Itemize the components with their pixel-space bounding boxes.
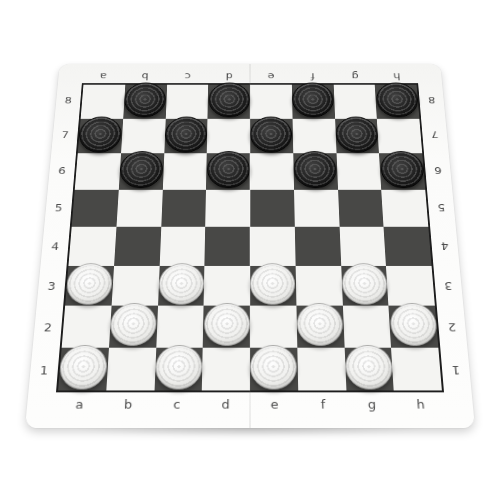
square-d4[interactable]	[205, 227, 250, 266]
file-label-bottom-e: e	[250, 398, 299, 410]
square-f3[interactable]	[295, 265, 342, 305]
square-c1[interactable]: ⛀	[154, 347, 203, 390]
square-b3[interactable]	[111, 265, 159, 305]
square-c3[interactable]: ⛀	[158, 265, 205, 305]
square-f8[interactable]: ⛂	[292, 85, 335, 119]
square-d8[interactable]: ⛂	[208, 85, 250, 119]
square-c2[interactable]	[156, 306, 204, 348]
file-label-top-b: b	[124, 72, 166, 81]
rank-label-left-7: 7	[51, 117, 79, 152]
rank-label-right-4: 4	[430, 227, 459, 266]
square-f6[interactable]: ⛂	[293, 153, 338, 189]
rank-label-left-1: 1	[28, 349, 59, 393]
square-e2[interactable]	[250, 306, 297, 348]
checkerboard-mat: abcdefgh 87654321 ⛂⛂⛂⛂⛂⛂⛂⛂⛂⛂⛂⛂⛀⛀⛀⛀⛀⛀⛀⛀⛀⛀…	[25, 64, 475, 428]
rank-label-left-8: 8	[55, 83, 82, 117]
checker-piece-white-c3[interactable]: ⛀	[158, 263, 204, 304]
rank-label-left-6: 6	[48, 153, 76, 189]
file-label-bottom-c: c	[152, 398, 201, 410]
square-g8[interactable]	[333, 85, 377, 119]
checker-piece-black-g7[interactable]: ⛂	[335, 116, 379, 152]
square-h6[interactable]: ⛂	[379, 153, 425, 189]
checker-piece-white-f2[interactable]: ⛀	[297, 303, 344, 346]
file-labels-bottom: abcdefgh	[53, 392, 447, 428]
square-f2[interactable]: ⛀	[296, 306, 344, 348]
square-a3[interactable]: ⛀	[65, 265, 114, 305]
square-h7[interactable]	[377, 118, 422, 153]
square-d6[interactable]: ⛂	[206, 153, 250, 189]
square-e3[interactable]: ⛀	[250, 265, 296, 305]
checker-piece-white-h2[interactable]: ⛀	[389, 303, 438, 346]
square-b4[interactable]	[114, 227, 161, 266]
square-f4[interactable]	[295, 227, 341, 266]
square-h2[interactable]: ⛀	[389, 306, 439, 348]
rank-label-right-7: 7	[421, 117, 449, 152]
square-e7[interactable]: ⛂	[250, 118, 293, 153]
rank-label-left-3: 3	[37, 266, 67, 307]
square-d7[interactable]	[207, 118, 250, 153]
square-h3[interactable]	[386, 265, 435, 305]
square-a7[interactable]: ⛂	[78, 118, 123, 153]
square-d5[interactable]	[205, 189, 250, 226]
square-f7[interactable]	[292, 118, 336, 153]
square-c6[interactable]	[162, 153, 207, 189]
checker-piece-black-d8[interactable]: ⛂	[208, 83, 250, 118]
square-g3[interactable]: ⛀	[341, 265, 389, 305]
checker-piece-white-a1[interactable]: ⛀	[59, 345, 109, 390]
checker-piece-white-b2[interactable]: ⛀	[109, 303, 157, 346]
square-a5[interactable]	[72, 189, 119, 226]
photo-canvas: abcdefgh 87654321 ⛂⛂⛂⛂⛂⛂⛂⛂⛂⛂⛂⛂⛀⛀⛀⛀⛀⛀⛀⛀⛀⛀…	[0, 0, 500, 500]
square-f1[interactable]	[297, 347, 346, 390]
file-label-bottom-h: h	[396, 398, 446, 410]
checker-piece-black-f8[interactable]: ⛂	[292, 83, 334, 118]
square-e8[interactable]	[250, 85, 292, 119]
file-label-bottom-g: g	[347, 398, 396, 410]
file-label-top-d: d	[208, 72, 250, 81]
rank-label-left-2: 2	[33, 306, 64, 348]
square-g4[interactable]	[339, 227, 386, 266]
file-label-bottom-b: b	[103, 398, 152, 410]
rank-label-right-5: 5	[427, 189, 456, 227]
checker-piece-white-g1[interactable]: ⛀	[344, 345, 393, 390]
file-label-bottom-d: d	[201, 398, 250, 410]
square-d3[interactable]	[204, 265, 250, 305]
square-e1[interactable]: ⛀	[250, 347, 298, 390]
square-b2[interactable]: ⛀	[109, 306, 158, 348]
checker-piece-black-b8[interactable]: ⛂	[123, 83, 166, 118]
checker-piece-black-f6[interactable]: ⛂	[293, 151, 337, 188]
file-label-bottom-a: a	[54, 398, 104, 410]
square-a8[interactable]	[81, 85, 125, 119]
file-label-top-a: a	[82, 72, 125, 81]
square-d1[interactable]	[202, 347, 250, 390]
square-e6[interactable]	[250, 153, 294, 189]
checker-piece-black-c7[interactable]: ⛂	[164, 116, 207, 152]
square-g6[interactable]	[336, 153, 381, 189]
file-label-top-f: f	[292, 72, 334, 81]
checker-piece-black-b6[interactable]: ⛂	[119, 151, 164, 188]
file-label-top-g: g	[334, 72, 376, 81]
square-c4[interactable]	[159, 227, 205, 266]
square-g7[interactable]: ⛂	[335, 118, 380, 153]
square-c5[interactable]	[161, 189, 206, 226]
board-grid: ⛂⛂⛂⛂⛂⛂⛂⛂⛂⛂⛂⛂⛀⛀⛀⛀⛀⛀⛀⛀⛀⛀⛀⛀	[56, 83, 444, 392]
square-c8[interactable]	[165, 85, 208, 119]
file-label-top-h: h	[375, 72, 418, 81]
square-f5[interactable]	[294, 189, 339, 226]
checker-piece-white-e3[interactable]: ⛀	[250, 263, 295, 304]
checker-piece-black-h6[interactable]: ⛂	[379, 151, 424, 188]
checker-piece-black-a7[interactable]: ⛂	[78, 116, 123, 152]
checker-piece-white-a3[interactable]: ⛀	[66, 263, 114, 304]
square-b7[interactable]	[121, 118, 166, 153]
checker-piece-black-h8[interactable]: ⛂	[375, 83, 419, 118]
square-a2[interactable]	[62, 306, 112, 348]
checker-piece-white-e1[interactable]: ⛀	[250, 345, 297, 390]
square-h5[interactable]	[381, 189, 428, 226]
file-label-top-c: c	[166, 72, 208, 81]
rank-label-left-4: 4	[41, 227, 70, 266]
square-a6[interactable]	[75, 153, 121, 189]
checker-piece-white-g3[interactable]: ⛀	[341, 263, 388, 304]
square-b6[interactable]: ⛂	[119, 153, 164, 189]
checker-piece-white-c1[interactable]: ⛀	[154, 345, 202, 390]
checker-piece-white-d2[interactable]: ⛀	[203, 303, 249, 346]
square-h1[interactable]	[391, 347, 442, 390]
rank-label-right-2: 2	[437, 306, 468, 348]
rank-label-right-1: 1	[440, 349, 471, 393]
rank-label-right-8: 8	[418, 83, 445, 117]
square-a1[interactable]: ⛀	[58, 347, 109, 390]
square-c7[interactable]: ⛂	[164, 118, 208, 153]
file-label-bottom-f: f	[299, 398, 348, 410]
rank-label-right-6: 6	[424, 153, 452, 189]
square-b8[interactable]: ⛂	[123, 85, 167, 119]
square-a4[interactable]	[68, 227, 116, 266]
square-b5[interactable]	[116, 189, 162, 226]
square-g1[interactable]: ⛀	[344, 347, 394, 390]
square-g2[interactable]	[342, 306, 391, 348]
square-b1[interactable]	[106, 347, 156, 390]
checker-piece-black-e7[interactable]: ⛂	[250, 116, 292, 152]
rank-label-right-3: 3	[433, 266, 463, 307]
file-labels-top: abcdefgh	[82, 64, 418, 83]
square-e4[interactable]	[250, 227, 295, 266]
board-mat-wrapper: abcdefgh 87654321 ⛂⛂⛂⛂⛂⛂⛂⛂⛂⛂⛂⛂⛀⛀⛀⛀⛀⛀⛀⛀⛀⛀…	[25, 64, 475, 428]
square-h8[interactable]: ⛂	[375, 85, 419, 119]
file-label-top-e: e	[250, 72, 292, 81]
square-e5[interactable]	[250, 189, 295, 226]
square-g5[interactable]	[338, 189, 384, 226]
checker-piece-black-d6[interactable]: ⛂	[207, 151, 250, 188]
square-d2[interactable]: ⛀	[203, 306, 250, 348]
rank-label-left-5: 5	[44, 189, 73, 227]
square-h4[interactable]	[384, 227, 432, 266]
